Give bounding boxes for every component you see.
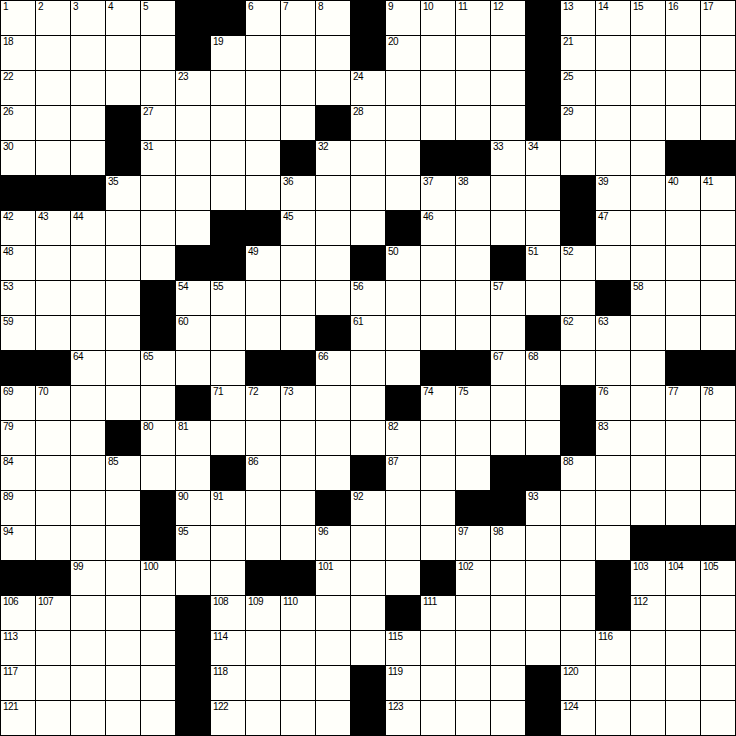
cell-r5c18[interactable] [631, 176, 665, 210]
cell-r4c1[interactable] [36, 141, 70, 175]
cell-r11c14[interactable] [491, 386, 525, 420]
cell-r8c1[interactable] [36, 281, 70, 315]
cell-r16c5[interactable] [176, 561, 210, 595]
cell-r15c8[interactable] [281, 526, 315, 560]
cell-r11c15[interactable] [526, 386, 560, 420]
cell-r14c19[interactable] [666, 491, 700, 525]
cell-r17c3[interactable] [106, 596, 140, 630]
cell-r15c12[interactable] [421, 526, 455, 560]
cell-r20c13[interactable] [456, 701, 490, 735]
cell-r10c10[interactable] [351, 351, 385, 385]
cell-r1c17[interactable] [596, 36, 630, 70]
cell-r8c13[interactable] [456, 281, 490, 315]
cell-r13c7[interactable]: 86 [246, 456, 280, 490]
cell-r8c5[interactable]: 54 [176, 281, 210, 315]
cell-r20c7[interactable] [246, 701, 280, 735]
cell-r16c20[interactable]: 105 [701, 561, 735, 595]
cell-r11c4[interactable] [141, 386, 175, 420]
cell-r1c9[interactable] [316, 36, 350, 70]
cell-r16c13[interactable]: 102 [456, 561, 490, 595]
cell-r11c12[interactable]: 74 [421, 386, 455, 420]
cell-r2c17[interactable] [596, 71, 630, 105]
cell-r8c0[interactable]: 53 [1, 281, 35, 315]
cell-r14c16[interactable] [561, 491, 595, 525]
cell-r10c17[interactable] [596, 351, 630, 385]
cell-r7c2[interactable] [71, 246, 105, 280]
cell-r0c2[interactable]: 3 [71, 1, 105, 35]
cell-r20c2[interactable] [71, 701, 105, 735]
cell-r19c20[interactable] [701, 666, 735, 700]
cell-r9c1[interactable] [36, 316, 70, 350]
cell-r10c16[interactable] [561, 351, 595, 385]
cell-r15c2[interactable] [71, 526, 105, 560]
cell-r2c19[interactable] [666, 71, 700, 105]
cell-r14c5[interactable]: 90 [176, 491, 210, 525]
cell-r11c8[interactable]: 73 [281, 386, 315, 420]
cell-r4c9[interactable]: 32 [316, 141, 350, 175]
cell-r12c0[interactable]: 79 [1, 421, 35, 455]
cell-r7c1[interactable] [36, 246, 70, 280]
cell-r11c13[interactable]: 75 [456, 386, 490, 420]
cell-r7c20[interactable] [701, 246, 735, 280]
cell-r13c20[interactable] [701, 456, 735, 490]
cell-r11c9[interactable] [316, 386, 350, 420]
cell-r20c8[interactable] [281, 701, 315, 735]
cell-r19c17[interactable] [596, 666, 630, 700]
cell-r13c16[interactable]: 88 [561, 456, 595, 490]
cell-r4c0[interactable]: 30 [1, 141, 35, 175]
cell-r20c9[interactable] [316, 701, 350, 735]
cell-r20c4[interactable] [141, 701, 175, 735]
cell-r0c8[interactable]: 7 [281, 1, 315, 35]
cell-r6c1[interactable]: 43 [36, 211, 70, 245]
cell-r1c18[interactable] [631, 36, 665, 70]
cell-r5c7[interactable] [246, 176, 280, 210]
cell-r19c9[interactable] [316, 666, 350, 700]
cell-r1c16[interactable]: 21 [561, 36, 595, 70]
cell-r4c15[interactable]: 34 [526, 141, 560, 175]
cell-r10c18[interactable] [631, 351, 665, 385]
cell-r1c4[interactable] [141, 36, 175, 70]
cell-r5c13[interactable]: 38 [456, 176, 490, 210]
cell-r18c16[interactable] [561, 631, 595, 665]
cell-r15c3[interactable] [106, 526, 140, 560]
cell-r16c19[interactable]: 104 [666, 561, 700, 595]
cell-r3c7[interactable] [246, 106, 280, 140]
cell-r17c16[interactable] [561, 596, 595, 630]
cell-r6c8[interactable]: 45 [281, 211, 315, 245]
cell-r15c17[interactable] [596, 526, 630, 560]
cell-r4c10[interactable] [351, 141, 385, 175]
cell-r7c8[interactable] [281, 246, 315, 280]
cell-r14c10[interactable]: 92 [351, 491, 385, 525]
cell-r14c17[interactable] [596, 491, 630, 525]
cell-r8c14[interactable]: 57 [491, 281, 525, 315]
cell-r16c3[interactable] [106, 561, 140, 595]
cell-r14c8[interactable] [281, 491, 315, 525]
cell-r16c14[interactable] [491, 561, 525, 595]
cell-r12c5[interactable]: 81 [176, 421, 210, 455]
cell-r0c11[interactable]: 9 [386, 1, 420, 35]
cell-r7c16[interactable]: 52 [561, 246, 595, 280]
cell-r6c15[interactable] [526, 211, 560, 245]
cell-r4c17[interactable] [596, 141, 630, 175]
cell-r10c5[interactable] [176, 351, 210, 385]
cell-r12c2[interactable] [71, 421, 105, 455]
cell-r16c6[interactable] [211, 561, 245, 595]
cell-r20c18[interactable] [631, 701, 665, 735]
cell-r13c9[interactable] [316, 456, 350, 490]
cell-r7c18[interactable] [631, 246, 665, 280]
cell-r1c11[interactable]: 20 [386, 36, 420, 70]
cell-r0c14[interactable]: 12 [491, 1, 525, 35]
cell-r5c6[interactable] [211, 176, 245, 210]
cell-r10c9[interactable]: 66 [316, 351, 350, 385]
cell-r6c0[interactable]: 42 [1, 211, 35, 245]
cell-r10c11[interactable] [386, 351, 420, 385]
cell-r20c3[interactable] [106, 701, 140, 735]
cell-r15c0[interactable]: 94 [1, 526, 35, 560]
cell-r15c16[interactable] [561, 526, 595, 560]
cell-r12c7[interactable] [246, 421, 280, 455]
cell-r12c20[interactable] [701, 421, 735, 455]
cell-r3c19[interactable] [666, 106, 700, 140]
cell-r7c11[interactable]: 50 [386, 246, 420, 280]
cell-r14c7[interactable] [246, 491, 280, 525]
cell-r13c2[interactable] [71, 456, 105, 490]
cell-r1c1[interactable] [36, 36, 70, 70]
cell-r5c17[interactable]: 39 [596, 176, 630, 210]
cell-r9c6[interactable] [211, 316, 245, 350]
cell-r17c2[interactable] [71, 596, 105, 630]
cell-r13c0[interactable]: 84 [1, 456, 35, 490]
cell-r6c18[interactable] [631, 211, 665, 245]
cell-r9c20[interactable] [701, 316, 735, 350]
cell-r3c11[interactable] [386, 106, 420, 140]
cell-r15c11[interactable] [386, 526, 420, 560]
cell-r0c19[interactable]: 16 [666, 1, 700, 35]
cell-r18c10[interactable] [351, 631, 385, 665]
cell-r9c5[interactable]: 60 [176, 316, 210, 350]
cell-r9c19[interactable] [666, 316, 700, 350]
cell-r6c19[interactable] [666, 211, 700, 245]
cell-r2c1[interactable] [36, 71, 70, 105]
cell-r10c4[interactable]: 65 [141, 351, 175, 385]
cell-r14c0[interactable]: 89 [1, 491, 35, 525]
cell-r1c20[interactable] [701, 36, 735, 70]
cell-r12c1[interactable] [36, 421, 70, 455]
cell-r18c9[interactable] [316, 631, 350, 665]
cell-r13c4[interactable] [141, 456, 175, 490]
cell-r2c7[interactable] [246, 71, 280, 105]
cell-r18c8[interactable] [281, 631, 315, 665]
cell-r11c19[interactable]: 77 [666, 386, 700, 420]
cell-r9c8[interactable] [281, 316, 315, 350]
cell-r19c14[interactable] [491, 666, 525, 700]
cell-r0c20[interactable]: 17 [701, 1, 735, 35]
cell-r13c18[interactable] [631, 456, 665, 490]
cell-r14c15[interactable]: 93 [526, 491, 560, 525]
cell-r0c13[interactable]: 11 [456, 1, 490, 35]
cell-r20c19[interactable] [666, 701, 700, 735]
cell-r9c14[interactable] [491, 316, 525, 350]
cell-r5c20[interactable]: 41 [701, 176, 735, 210]
cell-r20c16[interactable]: 124 [561, 701, 595, 735]
cell-r2c14[interactable] [491, 71, 525, 105]
cell-r7c15[interactable]: 51 [526, 246, 560, 280]
cell-r13c13[interactable] [456, 456, 490, 490]
cell-r12c17[interactable]: 83 [596, 421, 630, 455]
cell-r0c3[interactable]: 4 [106, 1, 140, 35]
cell-r15c7[interactable] [246, 526, 280, 560]
cell-r2c18[interactable] [631, 71, 665, 105]
cell-r19c13[interactable] [456, 666, 490, 700]
cell-r9c7[interactable] [246, 316, 280, 350]
cell-r14c18[interactable] [631, 491, 665, 525]
cell-r12c10[interactable] [351, 421, 385, 455]
cell-r3c0[interactable]: 26 [1, 106, 35, 140]
cell-r7c7[interactable]: 49 [246, 246, 280, 280]
cell-r17c7[interactable]: 109 [246, 596, 280, 630]
cell-r20c17[interactable] [596, 701, 630, 735]
cell-r12c6[interactable] [211, 421, 245, 455]
cell-r1c0[interactable]: 18 [1, 36, 35, 70]
cell-r12c8[interactable] [281, 421, 315, 455]
cell-r8c6[interactable]: 55 [211, 281, 245, 315]
cell-r19c1[interactable] [36, 666, 70, 700]
cell-r8c12[interactable] [421, 281, 455, 315]
cell-r17c0[interactable]: 106 [1, 596, 35, 630]
cell-r5c12[interactable]: 37 [421, 176, 455, 210]
cell-r15c6[interactable] [211, 526, 245, 560]
cell-r6c10[interactable] [351, 211, 385, 245]
cell-r16c16[interactable] [561, 561, 595, 595]
cell-r8c2[interactable] [71, 281, 105, 315]
cell-r12c4[interactable]: 80 [141, 421, 175, 455]
cell-r6c12[interactable]: 46 [421, 211, 455, 245]
cell-r11c1[interactable]: 70 [36, 386, 70, 420]
cell-r7c12[interactable] [421, 246, 455, 280]
cell-r18c12[interactable] [421, 631, 455, 665]
cell-r9c12[interactable] [421, 316, 455, 350]
cell-r19c16[interactable]: 120 [561, 666, 595, 700]
cell-r6c3[interactable] [106, 211, 140, 245]
cell-r16c11[interactable] [386, 561, 420, 595]
cell-r16c4[interactable]: 100 [141, 561, 175, 595]
cell-r13c17[interactable] [596, 456, 630, 490]
cell-r19c12[interactable] [421, 666, 455, 700]
cell-r4c14[interactable]: 33 [491, 141, 525, 175]
cell-r2c13[interactable] [456, 71, 490, 105]
cell-r9c16[interactable]: 62 [561, 316, 595, 350]
cell-r5c5[interactable] [176, 176, 210, 210]
cell-r9c17[interactable]: 63 [596, 316, 630, 350]
cell-r20c0[interactable]: 121 [1, 701, 35, 735]
cell-r17c10[interactable] [351, 596, 385, 630]
cell-r20c12[interactable] [421, 701, 455, 735]
cell-r0c9[interactable]: 8 [316, 1, 350, 35]
cell-r17c19[interactable] [666, 596, 700, 630]
cell-r3c10[interactable]: 28 [351, 106, 385, 140]
cell-r10c3[interactable] [106, 351, 140, 385]
cell-r3c5[interactable] [176, 106, 210, 140]
cell-r0c4[interactable]: 5 [141, 1, 175, 35]
cell-r8c9[interactable] [316, 281, 350, 315]
cell-r19c6[interactable]: 118 [211, 666, 245, 700]
cell-r15c14[interactable]: 98 [491, 526, 525, 560]
cell-r17c15[interactable] [526, 596, 560, 630]
cell-r8c18[interactable]: 58 [631, 281, 665, 315]
cell-r6c4[interactable] [141, 211, 175, 245]
cell-r8c11[interactable] [386, 281, 420, 315]
cell-r1c3[interactable] [106, 36, 140, 70]
cell-r8c20[interactable] [701, 281, 735, 315]
cell-r8c7[interactable] [246, 281, 280, 315]
cell-r5c9[interactable] [316, 176, 350, 210]
cell-r19c2[interactable] [71, 666, 105, 700]
cell-r2c2[interactable] [71, 71, 105, 105]
cell-r16c18[interactable]: 103 [631, 561, 665, 595]
cell-r18c13[interactable] [456, 631, 490, 665]
cell-r19c19[interactable] [666, 666, 700, 700]
cell-r3c18[interactable] [631, 106, 665, 140]
cell-r8c15[interactable] [526, 281, 560, 315]
cell-r14c3[interactable] [106, 491, 140, 525]
cell-r14c2[interactable] [71, 491, 105, 525]
cell-r1c12[interactable] [421, 36, 455, 70]
cell-r3c16[interactable]: 29 [561, 106, 595, 140]
cell-r11c7[interactable]: 72 [246, 386, 280, 420]
cell-r11c10[interactable] [351, 386, 385, 420]
cell-r0c17[interactable]: 14 [596, 1, 630, 35]
cell-r2c4[interactable] [141, 71, 175, 105]
cell-r9c13[interactable] [456, 316, 490, 350]
cell-r12c9[interactable] [316, 421, 350, 455]
cell-r17c18[interactable]: 112 [631, 596, 665, 630]
cell-r5c4[interactable] [141, 176, 175, 210]
cell-r18c20[interactable] [701, 631, 735, 665]
cell-r20c1[interactable] [36, 701, 70, 735]
cell-r1c2[interactable] [71, 36, 105, 70]
cell-r3c14[interactable] [491, 106, 525, 140]
cell-r13c1[interactable] [36, 456, 70, 490]
cell-r13c11[interactable]: 87 [386, 456, 420, 490]
cell-r18c2[interactable] [71, 631, 105, 665]
cell-r2c8[interactable] [281, 71, 315, 105]
cell-r5c3[interactable]: 35 [106, 176, 140, 210]
cell-r4c4[interactable]: 31 [141, 141, 175, 175]
cell-r11c2[interactable] [71, 386, 105, 420]
cell-r20c11[interactable]: 123 [386, 701, 420, 735]
cell-r10c14[interactable]: 67 [491, 351, 525, 385]
cell-r7c4[interactable] [141, 246, 175, 280]
cell-r19c4[interactable] [141, 666, 175, 700]
cell-r12c18[interactable] [631, 421, 665, 455]
cell-r15c10[interactable] [351, 526, 385, 560]
cell-r11c0[interactable]: 69 [1, 386, 35, 420]
cell-r6c13[interactable] [456, 211, 490, 245]
cell-r9c10[interactable]: 61 [351, 316, 385, 350]
cell-r11c6[interactable]: 71 [211, 386, 245, 420]
cell-r6c2[interactable]: 44 [71, 211, 105, 245]
cell-r16c15[interactable] [526, 561, 560, 595]
cell-r1c8[interactable] [281, 36, 315, 70]
cell-r18c15[interactable] [526, 631, 560, 665]
cell-r3c8[interactable] [281, 106, 315, 140]
cell-r3c20[interactable] [701, 106, 735, 140]
cell-r14c11[interactable] [386, 491, 420, 525]
cell-r16c2[interactable]: 99 [71, 561, 105, 595]
cell-r4c7[interactable] [246, 141, 280, 175]
cell-r4c5[interactable] [176, 141, 210, 175]
cell-r10c2[interactable]: 64 [71, 351, 105, 385]
cell-r14c12[interactable] [421, 491, 455, 525]
cell-r3c17[interactable] [596, 106, 630, 140]
cell-r11c17[interactable]: 76 [596, 386, 630, 420]
cell-r12c11[interactable]: 82 [386, 421, 420, 455]
cell-r14c20[interactable] [701, 491, 735, 525]
cell-r18c19[interactable] [666, 631, 700, 665]
cell-r1c14[interactable] [491, 36, 525, 70]
cell-r0c0[interactable]: 1 [1, 1, 35, 35]
cell-r2c9[interactable] [316, 71, 350, 105]
cell-r9c0[interactable]: 59 [1, 316, 35, 350]
cell-r18c1[interactable] [36, 631, 70, 665]
cell-r11c20[interactable]: 78 [701, 386, 735, 420]
cell-r18c0[interactable]: 113 [1, 631, 35, 665]
cell-r20c14[interactable] [491, 701, 525, 735]
cell-r12c13[interactable] [456, 421, 490, 455]
cell-r17c9[interactable] [316, 596, 350, 630]
cell-r9c2[interactable] [71, 316, 105, 350]
cell-r1c7[interactable] [246, 36, 280, 70]
cell-r16c10[interactable] [351, 561, 385, 595]
cell-r2c20[interactable] [701, 71, 735, 105]
cell-r9c11[interactable] [386, 316, 420, 350]
cell-r5c19[interactable]: 40 [666, 176, 700, 210]
cell-r12c19[interactable] [666, 421, 700, 455]
cell-r18c6[interactable]: 114 [211, 631, 245, 665]
cell-r8c16[interactable] [561, 281, 595, 315]
cell-r13c3[interactable]: 85 [106, 456, 140, 490]
cell-r0c7[interactable]: 6 [246, 1, 280, 35]
cell-r0c16[interactable]: 13 [561, 1, 595, 35]
cell-r4c16[interactable] [561, 141, 595, 175]
cell-r5c11[interactable] [386, 176, 420, 210]
cell-r6c20[interactable] [701, 211, 735, 245]
cell-r12c12[interactable] [421, 421, 455, 455]
cell-r19c3[interactable] [106, 666, 140, 700]
cell-r19c8[interactable] [281, 666, 315, 700]
cell-r15c15[interactable] [526, 526, 560, 560]
cell-r8c8[interactable] [281, 281, 315, 315]
cell-r19c7[interactable] [246, 666, 280, 700]
cell-r9c18[interactable] [631, 316, 665, 350]
cell-r11c3[interactable] [106, 386, 140, 420]
cell-r12c15[interactable] [526, 421, 560, 455]
cell-r7c13[interactable] [456, 246, 490, 280]
cell-r0c12[interactable]: 10 [421, 1, 455, 35]
cell-r20c20[interactable] [701, 701, 735, 735]
cell-r12c14[interactable] [491, 421, 525, 455]
cell-r15c13[interactable]: 97 [456, 526, 490, 560]
cell-r10c15[interactable]: 68 [526, 351, 560, 385]
cell-r5c14[interactable] [491, 176, 525, 210]
cell-r7c3[interactable] [106, 246, 140, 280]
cell-r17c14[interactable] [491, 596, 525, 630]
cell-r5c15[interactable] [526, 176, 560, 210]
cell-r7c9[interactable] [316, 246, 350, 280]
